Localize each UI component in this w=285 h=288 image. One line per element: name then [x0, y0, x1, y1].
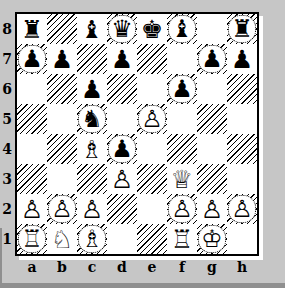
- square-c5[interactable]: ♞: [77, 104, 107, 134]
- piece-white-pawn: ♙: [198, 195, 226, 223]
- square-h2[interactable]: ♙: [227, 194, 257, 224]
- piece-black-pawn: ♟: [198, 45, 226, 73]
- square-f4[interactable]: [167, 134, 197, 164]
- square-d3[interactable]: ♙: [107, 164, 137, 194]
- square-b4[interactable]: [47, 134, 77, 164]
- rank-label-7: 7: [0, 51, 14, 67]
- piece-black-pawn: ♟: [108, 135, 136, 163]
- piece-black-queen: ♛: [108, 15, 136, 43]
- square-c3[interactable]: [77, 164, 107, 194]
- square-c4[interactable]: ♗: [77, 134, 107, 164]
- piece-black-king: ♚: [138, 15, 166, 43]
- square-d6[interactable]: [107, 74, 137, 104]
- square-e1[interactable]: [137, 224, 167, 254]
- piece-white-pawn: ♙: [78, 195, 106, 223]
- square-e6[interactable]: [137, 74, 167, 104]
- file-label-h: h: [227, 259, 257, 275]
- square-f8[interactable]: ♝: [167, 14, 197, 44]
- square-b2[interactable]: ♙: [47, 194, 77, 224]
- square-a2[interactable]: ♙: [17, 194, 47, 224]
- square-a5[interactable]: [17, 104, 47, 134]
- file-label-b: b: [47, 259, 77, 275]
- square-d2[interactable]: [107, 194, 137, 224]
- square-f2[interactable]: ♙: [167, 194, 197, 224]
- file-label-a: a: [17, 259, 47, 275]
- square-a3[interactable]: [17, 164, 47, 194]
- piece-white-bishop: ♗: [78, 225, 106, 253]
- file-label-d: d: [107, 259, 137, 275]
- square-b6[interactable]: [47, 74, 77, 104]
- square-g7[interactable]: ♟: [197, 44, 227, 74]
- piece-black-pawn: ♟: [168, 75, 196, 103]
- square-d7[interactable]: ♟: [107, 44, 137, 74]
- square-b1[interactable]: ♘: [47, 224, 77, 254]
- piece-black-bishop: ♝: [168, 15, 196, 43]
- chess-board: ♜♝♛♚♝♜♟♟♟♟♟♟♟♞♙♗♟♙♕♙♙♙♙♙♙♖♘♗♖♔: [15, 12, 259, 256]
- square-h1[interactable]: [227, 224, 257, 254]
- piece-black-pawn: ♟: [228, 45, 256, 73]
- rank-label-1: 1: [0, 231, 14, 247]
- piece-white-pawn: ♙: [48, 195, 76, 223]
- square-d5[interactable]: [107, 104, 137, 134]
- piece-black-rook: ♜: [228, 15, 256, 43]
- piece-black-rook: ♜: [18, 15, 46, 43]
- file-label-g: g: [197, 259, 227, 275]
- piece-black-bishop: ♝: [78, 15, 106, 43]
- square-h4[interactable]: [227, 134, 257, 164]
- piece-black-pawn: ♟: [108, 45, 136, 73]
- square-f3[interactable]: ♕: [167, 164, 197, 194]
- square-e7[interactable]: [137, 44, 167, 74]
- rank-label-6: 6: [0, 81, 14, 97]
- piece-white-knight: ♘: [48, 225, 76, 253]
- piece-white-king: ♔: [198, 225, 226, 253]
- square-e4[interactable]: [137, 134, 167, 164]
- file-label-c: c: [77, 259, 107, 275]
- square-f1[interactable]: ♖: [167, 224, 197, 254]
- piece-black-pawn: ♟: [48, 45, 76, 73]
- square-a8[interactable]: ♜: [17, 14, 47, 44]
- piece-white-pawn: ♙: [18, 195, 46, 223]
- square-d1[interactable]: [107, 224, 137, 254]
- square-h5[interactable]: [227, 104, 257, 134]
- square-g1[interactable]: ♔: [197, 224, 227, 254]
- square-c1[interactable]: ♗: [77, 224, 107, 254]
- square-b7[interactable]: ♟: [47, 44, 77, 74]
- window-edge-shadow-bottom: [0, 283, 285, 288]
- square-e2[interactable]: [137, 194, 167, 224]
- piece-white-pawn: ♙: [168, 195, 196, 223]
- square-g2[interactable]: ♙: [197, 194, 227, 224]
- square-a1[interactable]: ♖: [17, 224, 47, 254]
- square-a4[interactable]: [17, 134, 47, 164]
- piece-white-rook: ♖: [18, 225, 46, 253]
- piece-white-bishop: ♗: [78, 135, 106, 163]
- square-e5[interactable]: ♙: [137, 104, 167, 134]
- square-a7[interactable]: ♟: [17, 44, 47, 74]
- square-c2[interactable]: ♙: [77, 194, 107, 224]
- square-b5[interactable]: [47, 104, 77, 134]
- square-b8[interactable]: [47, 14, 77, 44]
- piece-black-pawn: ♟: [78, 75, 106, 103]
- rank-label-4: 4: [0, 141, 14, 157]
- piece-white-queen: ♕: [168, 165, 196, 193]
- piece-white-pawn: ♙: [108, 165, 136, 193]
- piece-white-pawn: ♙: [138, 105, 166, 133]
- rank-label-2: 2: [0, 201, 14, 217]
- square-g6[interactable]: [197, 74, 227, 104]
- file-label-e: e: [137, 259, 167, 275]
- square-g3[interactable]: [197, 164, 227, 194]
- square-e8[interactable]: ♚: [137, 14, 167, 44]
- square-c7[interactable]: [77, 44, 107, 74]
- square-g8[interactable]: [197, 14, 227, 44]
- square-f5[interactable]: [167, 104, 197, 134]
- square-f7[interactable]: [167, 44, 197, 74]
- square-h7[interactable]: ♟: [227, 44, 257, 74]
- square-h3[interactable]: [227, 164, 257, 194]
- piece-white-rook: ♖: [168, 225, 196, 253]
- rank-label-3: 3: [0, 171, 14, 187]
- file-label-f: f: [167, 259, 197, 275]
- square-g5[interactable]: [197, 104, 227, 134]
- square-d4[interactable]: ♟: [107, 134, 137, 164]
- square-h6[interactable]: [227, 74, 257, 104]
- square-c6[interactable]: ♟: [77, 74, 107, 104]
- square-d8[interactable]: ♛: [107, 14, 137, 44]
- square-f6[interactable]: ♟: [167, 74, 197, 104]
- piece-black-pawn: ♟: [18, 45, 46, 73]
- square-g4[interactable]: [197, 134, 227, 164]
- rank-label-8: 8: [0, 21, 14, 37]
- square-e3[interactable]: [137, 164, 167, 194]
- board-grid: ♜♝♛♚♝♜♟♟♟♟♟♟♟♞♙♗♟♙♕♙♙♙♙♙♙♖♘♗♖♔: [17, 14, 257, 254]
- square-c8[interactable]: ♝: [77, 14, 107, 44]
- piece-black-knight: ♞: [78, 105, 106, 133]
- square-b3[interactable]: [47, 164, 77, 194]
- square-h8[interactable]: ♜: [227, 14, 257, 44]
- piece-white-pawn: ♙: [228, 195, 256, 223]
- square-a6[interactable]: [17, 74, 47, 104]
- rank-label-5: 5: [0, 111, 14, 127]
